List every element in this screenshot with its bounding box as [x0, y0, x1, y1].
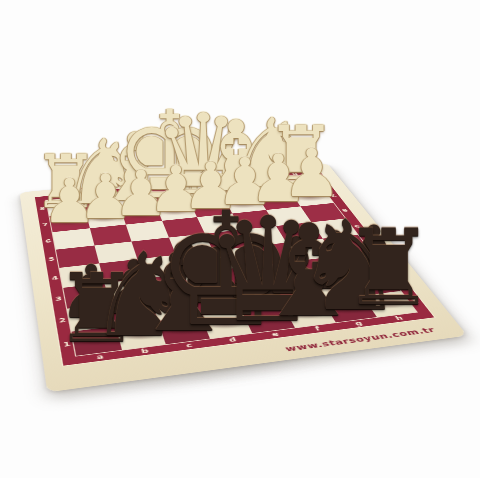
- piece-black-rook-h1[interactable]: ♜: [342, 216, 436, 321]
- product-photo: abcdefgh abcdefgh 87654321 87654321 www.…: [0, 0, 480, 478]
